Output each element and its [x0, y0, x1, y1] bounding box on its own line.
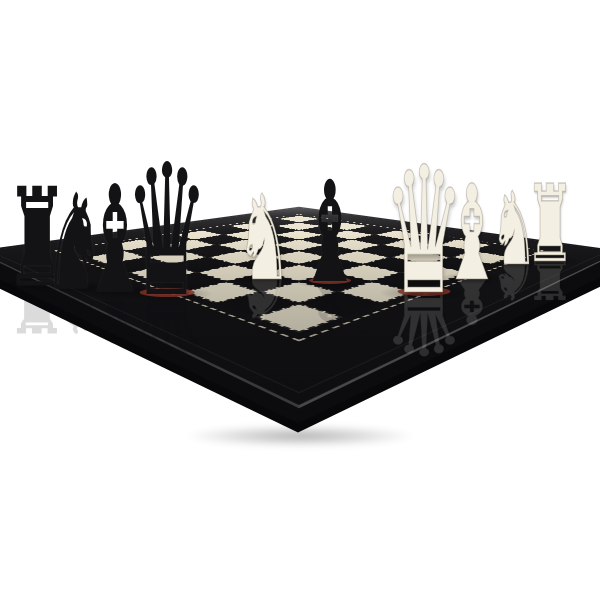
product-photo-stage: ♜♜♞♞♝♝♛♛♞♞♝♝♛♛♝♝♞♞♜♜ [0, 0, 600, 600]
board-drop-shadow [175, 424, 425, 448]
